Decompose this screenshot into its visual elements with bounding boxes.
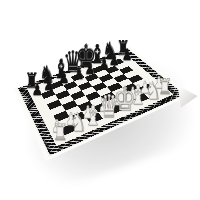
chess-set-product-photo: ♜♞♝♛♚♝♞♜♟♟♟♟♟♟♟♟♟♟♟♟♟♟♟♟♜♞♝♛♚♝♞♜ — [0, 0, 200, 200]
